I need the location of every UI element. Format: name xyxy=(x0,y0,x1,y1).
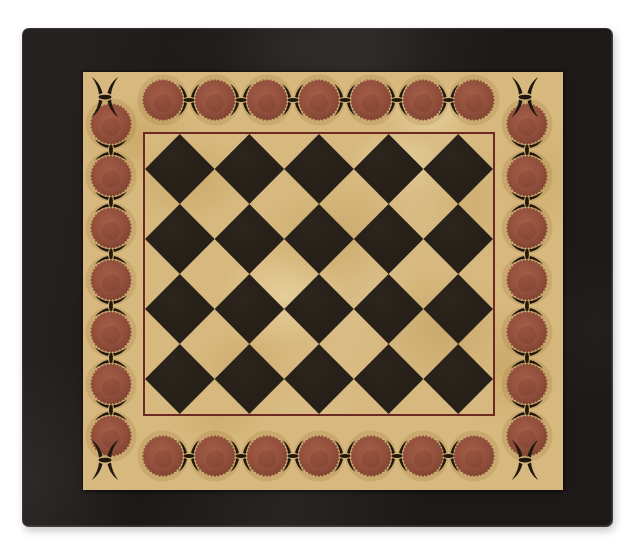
board-mat xyxy=(22,28,613,527)
dark-diamond xyxy=(284,274,354,344)
medallion xyxy=(86,203,137,254)
dark-diamond xyxy=(354,204,424,274)
dark-diamond xyxy=(215,344,285,414)
medallion xyxy=(86,151,137,202)
dark-diamond xyxy=(423,204,493,274)
dark-diamond xyxy=(215,204,285,274)
medallion xyxy=(346,75,397,126)
dark-diamond xyxy=(423,274,493,344)
medallion xyxy=(449,75,500,126)
dark-diamond xyxy=(354,344,424,414)
medallion xyxy=(242,431,293,482)
medallion xyxy=(398,75,449,126)
dark-diamond xyxy=(284,204,354,274)
medallion xyxy=(346,431,397,482)
medallion xyxy=(398,431,449,482)
medallion xyxy=(502,307,553,358)
dark-diamond xyxy=(423,134,493,204)
dark-diamond xyxy=(423,344,493,414)
medallion xyxy=(502,203,553,254)
medallion xyxy=(502,255,553,306)
dark-diamond xyxy=(145,344,215,414)
medallion xyxy=(138,75,189,126)
medallion xyxy=(294,431,345,482)
medallion xyxy=(86,307,137,358)
medallion xyxy=(190,75,241,126)
dark-diamond xyxy=(215,134,285,204)
medallion xyxy=(242,75,293,126)
dark-diamond xyxy=(145,204,215,274)
medallion xyxy=(294,75,345,126)
medallion xyxy=(190,431,241,482)
border-band xyxy=(83,72,563,490)
medallion xyxy=(138,431,189,482)
medallion xyxy=(502,151,553,202)
page-background xyxy=(0,0,640,554)
dark-diamond xyxy=(145,274,215,344)
dark-diamond xyxy=(354,134,424,204)
dark-diamond xyxy=(354,274,424,344)
medallion xyxy=(86,255,137,306)
dark-diamond xyxy=(284,134,354,204)
medallion xyxy=(502,99,553,150)
dark-diamond xyxy=(145,134,215,204)
checker-field xyxy=(143,132,495,416)
dark-diamond xyxy=(215,274,285,344)
dark-diamond xyxy=(284,344,354,414)
medallion xyxy=(86,359,137,410)
medallion xyxy=(449,431,500,482)
medallion xyxy=(502,411,553,462)
medallion xyxy=(502,359,553,410)
